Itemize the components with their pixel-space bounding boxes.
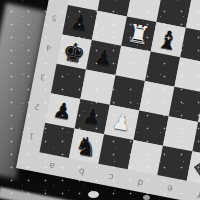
piece-black-pawn[interactable]: ♟ [81, 104, 103, 128]
file-label-b: b [65, 161, 97, 181]
dust-speck [88, 191, 99, 198]
dust-speck [143, 195, 150, 200]
file-label-d: d [124, 172, 156, 192]
rank-label-5: 5 [45, 2, 64, 34]
rank-label-4: 4 [39, 31, 58, 63]
rank-label-2: 2 [28, 90, 47, 122]
piece-black-pawn[interactable]: ♟ [92, 46, 114, 70]
piece-black-king[interactable]: ♚ [61, 38, 88, 67]
piece-black-knight[interactable]: ♞ [73, 132, 100, 161]
file-label-c: c [95, 167, 127, 187]
photo-background: { "game": "chess", "position": { "fen": … [0, 0, 200, 200]
file-label-a: a [36, 155, 68, 175]
piece-white-rook[interactable]: ♜ [125, 20, 152, 49]
piece-white-pawn[interactable]: ♟ [110, 110, 132, 134]
piece-black-bishop[interactable]: ♝ [155, 25, 182, 54]
file-label-e: e [154, 178, 186, 198]
board-corner-logo [194, 159, 200, 180]
piece-black-pawn[interactable]: ♟ [52, 99, 74, 123]
file-label-f: f [183, 184, 200, 200]
rank-label-1: 1 [22, 119, 41, 151]
chess-board: ♟♜♝♝♚♟♚♟♟♟♟♞ abcdefgh 87654321 [16, 0, 200, 200]
rank-label-3: 3 [33, 60, 52, 92]
piece-black-pawn[interactable]: ♟ [69, 10, 91, 34]
